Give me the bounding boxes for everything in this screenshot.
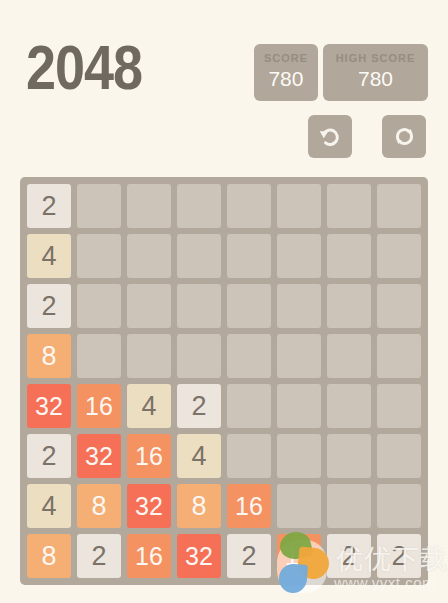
board[interactable]: 2428321642232164483281682163221622 xyxy=(20,177,428,585)
empty-cell-r4c5 xyxy=(227,334,271,378)
high-score-label: HIGH SCORE xyxy=(336,52,416,64)
empty-cell-r5c6 xyxy=(277,384,321,428)
score-value: 780 xyxy=(268,67,303,91)
empty-cell-r4c6 xyxy=(277,334,321,378)
empty-cell-r3c8 xyxy=(377,284,421,328)
score-panel: SCORE 780 HIGH SCORE 780 xyxy=(254,44,428,101)
tile-16-r8c3: 16 xyxy=(127,534,171,578)
high-score-box: HIGH SCORE 780 xyxy=(323,44,428,101)
empty-cell-r5c7 xyxy=(327,384,371,428)
tile-32-r8c4: 32 xyxy=(177,534,221,578)
empty-cell-r4c8 xyxy=(377,334,421,378)
empty-cell-r7c6 xyxy=(277,484,321,528)
empty-cell-r6c5 xyxy=(227,434,271,478)
tile-32-r7c3: 32 xyxy=(127,484,171,528)
empty-cell-r3c7 xyxy=(327,284,371,328)
empty-cell-r4c7 xyxy=(327,334,371,378)
tile-16-r7c5: 16 xyxy=(227,484,271,528)
empty-cell-r3c6 xyxy=(277,284,321,328)
empty-cell-r7c8 xyxy=(377,484,421,528)
tile-4-r6c4: 4 xyxy=(177,434,221,478)
tile-2-r8c8: 2 xyxy=(377,534,421,578)
empty-cell-r1c2 xyxy=(77,184,121,228)
high-score-value: 780 xyxy=(358,67,393,91)
score-label: SCORE xyxy=(264,52,308,64)
empty-cell-r1c8 xyxy=(377,184,421,228)
tile-4-r2c1: 4 xyxy=(27,234,71,278)
tile-16-r6c3: 16 xyxy=(127,434,171,478)
empty-cell-r4c3 xyxy=(127,334,171,378)
empty-cell-r5c8 xyxy=(377,384,421,428)
empty-cell-r1c7 xyxy=(327,184,371,228)
empty-cell-r2c4 xyxy=(177,234,221,278)
refresh-icon xyxy=(391,123,418,150)
empty-cell-r2c5 xyxy=(227,234,271,278)
empty-cell-r7c7 xyxy=(327,484,371,528)
undo-icon xyxy=(317,123,344,150)
tile-4-r5c3: 4 xyxy=(127,384,171,428)
tile-2-r3c1: 2 xyxy=(27,284,71,328)
empty-cell-r5c5 xyxy=(227,384,271,428)
empty-cell-r6c7 xyxy=(327,434,371,478)
empty-cell-r2c8 xyxy=(377,234,421,278)
empty-cell-r3c4 xyxy=(177,284,221,328)
empty-cell-r4c4 xyxy=(177,334,221,378)
empty-cell-r6c8 xyxy=(377,434,421,478)
restart-button[interactable] xyxy=(382,115,426,158)
tile-32-r6c2: 32 xyxy=(77,434,121,478)
tile-2-r5c4: 2 xyxy=(177,384,221,428)
tile-2-r8c7: 2 xyxy=(327,534,371,578)
empty-cell-r2c6 xyxy=(277,234,321,278)
tile-2-r1c1: 2 xyxy=(27,184,71,228)
empty-cell-r1c5 xyxy=(227,184,271,228)
undo-button[interactable] xyxy=(308,115,352,158)
tile-2-r6c1: 2 xyxy=(27,434,71,478)
empty-cell-r2c3 xyxy=(127,234,171,278)
game-title: 2048 xyxy=(26,30,142,103)
empty-cell-r1c3 xyxy=(127,184,171,228)
empty-cell-r6c6 xyxy=(277,434,321,478)
tile-8-r8c1: 8 xyxy=(27,534,71,578)
empty-cell-r1c4 xyxy=(177,184,221,228)
tile-32-r5c1: 32 xyxy=(27,384,71,428)
tile-16-r5c2: 16 xyxy=(77,384,121,428)
score-box: SCORE 780 xyxy=(254,44,318,101)
tile-8-r4c1: 8 xyxy=(27,334,71,378)
empty-cell-r3c2 xyxy=(77,284,121,328)
empty-cell-r3c3 xyxy=(127,284,171,328)
empty-cell-r3c5 xyxy=(227,284,271,328)
tile-8-r7c2: 8 xyxy=(77,484,121,528)
tile-2-r8c2: 2 xyxy=(77,534,121,578)
empty-cell-r4c2 xyxy=(77,334,121,378)
tile-16-r8c6: 16 xyxy=(277,534,321,578)
tile-8-r7c4: 8 xyxy=(177,484,221,528)
empty-cell-r2c7 xyxy=(327,234,371,278)
tile-4-r7c1: 4 xyxy=(27,484,71,528)
empty-cell-r2c2 xyxy=(77,234,121,278)
tile-2-r8c5: 2 xyxy=(227,534,271,578)
empty-cell-r1c6 xyxy=(277,184,321,228)
